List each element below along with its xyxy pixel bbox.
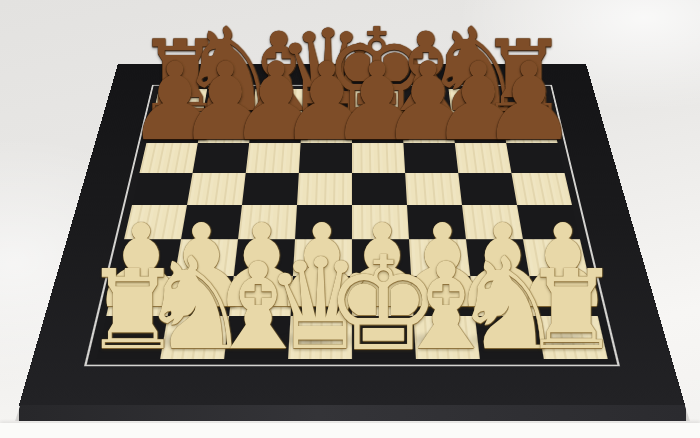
- board-front-edge: [19, 405, 686, 421]
- black-pawn-h7[interactable]: ♟: [481, 48, 577, 155]
- chess-photo-stage: ♜♞♝♛♚♝♞♜♟♟♟♟♟♟♟♟♟♟♟♟♟♟♟♟♜♞♝♛♚♝♞♜: [0, 0, 700, 438]
- white-rook-h1[interactable]: ♜: [522, 255, 620, 364]
